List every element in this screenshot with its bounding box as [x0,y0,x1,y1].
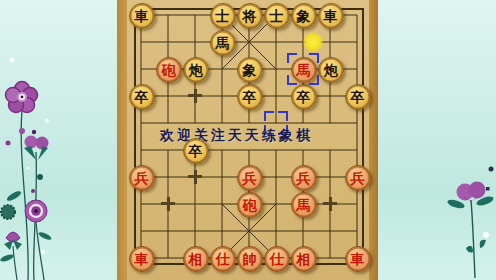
piece-red-elephant[interactable]: 相 [183,246,209,272]
piece-black-chariot[interactable]: 車 [129,3,155,29]
piece-black-cannon[interactable]: 炮 [318,57,344,83]
piece-black-cannon[interactable]: 炮 [183,57,209,83]
selection-brackets [287,53,319,85]
piece-red-advisor[interactable]: 仕 [210,246,236,272]
piece-red-soldier[interactable]: 兵 [129,165,155,191]
piece-red-advisor[interactable]: 仕 [264,246,290,272]
piece-red-soldier[interactable]: 兵 [345,165,371,191]
point-cross-marker [188,170,202,184]
piece-black-general[interactable]: 将 [237,3,263,29]
piece-red-horse[interactable]: 馬 [291,192,317,218]
piece-black-advisor[interactable]: 士 [210,3,236,29]
piece-black-soldier[interactable]: 卒 [183,138,209,164]
point-cross-marker [161,197,175,211]
piece-black-soldier[interactable]: 卒 [129,84,155,110]
piece-black-horse[interactable]: 馬 [210,30,236,56]
piece-black-soldier[interactable]: 卒 [237,84,263,110]
piece-red-cannon[interactable]: 砲 [156,57,182,83]
piece-black-soldier[interactable]: 卒 [345,84,371,110]
yellow-glow-dot [303,32,323,52]
piece-red-chariot[interactable]: 車 [129,246,155,272]
piece-black-elephant[interactable]: 象 [291,3,317,29]
point-cross-marker [323,197,337,211]
piece-red-soldier[interactable]: 兵 [291,165,317,191]
piece-red-horse[interactable]: 馬 [291,57,317,83]
piece-red-general[interactable]: 帥 [237,246,263,272]
xiangqi-app-window: 欢迎关注天天练象棋 車士将士象車馬炮象炮卒卒卒卒卒砲馬兵兵兵兵砲馬車相仕帥仕相車 [0,0,496,280]
piece-black-advisor[interactable]: 士 [264,3,290,29]
piece-red-soldier[interactable]: 兵 [237,165,263,191]
piece-red-elephant[interactable]: 相 [291,246,317,272]
point-cross-marker [188,89,202,103]
piece-red-chariot[interactable]: 車 [345,246,371,272]
piece-black-elephant[interactable]: 象 [237,57,263,83]
piece-red-cannon[interactable]: 砲 [237,192,263,218]
piece-black-chariot[interactable]: 車 [318,3,344,29]
piece-black-soldier[interactable]: 卒 [291,84,317,110]
